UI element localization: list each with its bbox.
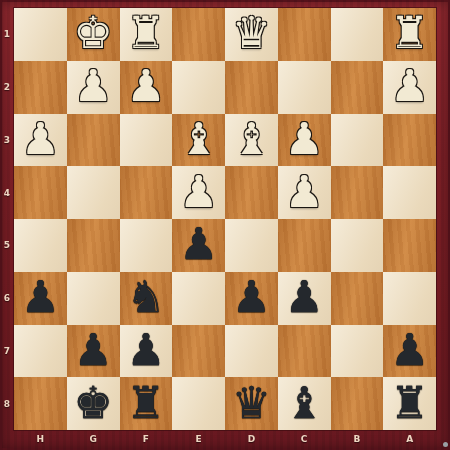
white-pawn[interactable]: ♟ [284,117,323,161]
square-a3[interactable] [383,114,436,167]
rank-label-6: 6 [0,272,14,325]
rank-labels: 12345678 [0,8,14,430]
file-label-f: F [120,429,173,448]
square-f4[interactable] [120,166,173,219]
square-f2[interactable]: ♟ [120,61,173,114]
square-g1[interactable]: ♚ [67,8,120,61]
square-b6[interactable] [331,272,384,325]
square-g8[interactable]: ♚ [67,377,120,430]
black-rook[interactable]: ♜ [126,381,165,425]
black-pawn[interactable]: ♟ [21,275,60,319]
square-c1[interactable] [278,8,331,61]
square-g5[interactable] [67,219,120,272]
corner-dot [443,442,448,447]
white-pawn[interactable]: ♟ [21,117,60,161]
rank-label-5: 5 [0,219,14,272]
square-g6[interactable] [67,272,120,325]
square-h2[interactable] [14,61,67,114]
square-e6[interactable] [172,272,225,325]
square-b8[interactable] [331,377,384,430]
square-f3[interactable] [120,114,173,167]
rank-label-7: 7 [0,325,14,378]
square-d6[interactable]: ♟ [225,272,278,325]
square-a6[interactable] [383,272,436,325]
square-a8[interactable]: ♜ [383,377,436,430]
white-queen[interactable]: ♛ [232,11,271,55]
square-b2[interactable] [331,61,384,114]
square-e1[interactable] [172,8,225,61]
black-pawn[interactable]: ♟ [73,328,112,372]
black-pawn[interactable]: ♟ [284,275,323,319]
square-e8[interactable] [172,377,225,430]
square-b3[interactable] [331,114,384,167]
white-king[interactable]: ♚ [73,11,112,55]
square-c2[interactable] [278,61,331,114]
square-b4[interactable] [331,166,384,219]
square-a4[interactable] [383,166,436,219]
square-e7[interactable] [172,325,225,378]
chess-board: ♚♜♛♜♟♟♟♟♝♝♟♟♟♟♟♞♟♟♟♟♟♚♜♛♝♜ [14,8,436,430]
square-f1[interactable]: ♜ [120,8,173,61]
square-a1[interactable]: ♜ [383,8,436,61]
black-queen[interactable]: ♛ [232,381,271,425]
rank-label-4: 4 [0,166,14,219]
rank-label-1: 1 [0,8,14,61]
square-f7[interactable]: ♟ [120,325,173,378]
white-pawn[interactable]: ♟ [390,64,429,108]
white-rook[interactable]: ♜ [126,11,165,55]
square-g3[interactable] [67,114,120,167]
rank-label-2: 2 [0,61,14,114]
square-a7[interactable]: ♟ [383,325,436,378]
square-f8[interactable]: ♜ [120,377,173,430]
file-label-h: H [14,429,67,448]
square-d5[interactable] [225,219,278,272]
file-labels: HGFEDCBA [14,429,436,448]
white-pawn[interactable]: ♟ [73,64,112,108]
file-label-d: D [225,429,278,448]
file-label-a: A [383,429,436,448]
square-e3[interactable]: ♝ [172,114,225,167]
square-e4[interactable]: ♟ [172,166,225,219]
square-h6[interactable]: ♟ [14,272,67,325]
square-c4[interactable]: ♟ [278,166,331,219]
square-c5[interactable] [278,219,331,272]
white-pawn[interactable]: ♟ [284,170,323,214]
square-d2[interactable] [225,61,278,114]
square-d1[interactable]: ♛ [225,8,278,61]
black-rook[interactable]: ♜ [390,381,429,425]
black-bishop[interactable]: ♝ [284,381,323,425]
square-e5[interactable]: ♟ [172,219,225,272]
white-bishop[interactable]: ♝ [179,117,218,161]
white-pawn[interactable]: ♟ [179,170,218,214]
square-c6[interactable]: ♟ [278,272,331,325]
square-h5[interactable] [14,219,67,272]
square-g7[interactable]: ♟ [67,325,120,378]
rank-label-8: 8 [0,377,14,430]
square-a2[interactable]: ♟ [383,61,436,114]
square-g2[interactable]: ♟ [67,61,120,114]
black-king[interactable]: ♚ [73,381,112,425]
file-label-g: G [67,429,120,448]
square-b7[interactable] [331,325,384,378]
white-rook[interactable]: ♜ [390,11,429,55]
black-pawn[interactable]: ♟ [126,328,165,372]
square-d7[interactable] [225,325,278,378]
file-label-c: C [278,429,331,448]
black-pawn[interactable]: ♟ [179,222,218,266]
square-f5[interactable] [120,219,173,272]
square-h1[interactable] [14,8,67,61]
black-pawn[interactable]: ♟ [232,275,271,319]
square-d8[interactable]: ♛ [225,377,278,430]
square-e2[interactable] [172,61,225,114]
square-f6[interactable]: ♞ [120,272,173,325]
file-label-e: E [172,429,225,448]
square-d4[interactable] [225,166,278,219]
black-pawn[interactable]: ♟ [390,328,429,372]
square-c3[interactable]: ♟ [278,114,331,167]
square-c7[interactable] [278,325,331,378]
square-h3[interactable]: ♟ [14,114,67,167]
square-h8[interactable] [14,377,67,430]
square-d3[interactable]: ♝ [225,114,278,167]
board-frame: 12345678 ♚♜♛♜♟♟♟♟♝♝♟♟♟♟♟♞♟♟♟♟♟♚♜♛♝♜ HGFE… [0,0,450,450]
black-knight[interactable]: ♞ [126,275,165,319]
square-g4[interactable] [67,166,120,219]
square-b1[interactable] [331,8,384,61]
square-h7[interactable] [14,325,67,378]
square-h4[interactable] [14,166,67,219]
file-label-b: B [331,429,384,448]
white-bishop[interactable]: ♝ [232,117,271,161]
white-pawn[interactable]: ♟ [126,64,165,108]
square-c8[interactable]: ♝ [278,377,331,430]
square-b5[interactable] [331,219,384,272]
rank-label-3: 3 [0,114,14,167]
square-a5[interactable] [383,219,436,272]
